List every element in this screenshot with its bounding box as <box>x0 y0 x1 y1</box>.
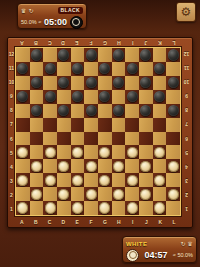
board-frame: ABCDEFGHIJKL 121110987654321 12111098765… <box>7 37 193 228</box>
board-cell-E2[interactable] <box>71 187 85 201</box>
board-cell-C11[interactable] <box>43 62 57 76</box>
board-cell-C8[interactable] <box>43 104 57 118</box>
board-cell-A4[interactable] <box>16 159 30 173</box>
white-man[interactable] <box>45 147 56 158</box>
coord-label: F <box>84 40 98 46</box>
board-cell-D2[interactable] <box>57 187 71 201</box>
board-cell-I3[interactable] <box>125 173 139 187</box>
coord-label: 9 <box>181 93 192 99</box>
white-checker-icon <box>126 249 139 262</box>
coord-label: 5 <box>181 150 192 156</box>
board-cell-J1[interactable] <box>139 201 153 215</box>
board-cell-I7[interactable] <box>125 118 139 132</box>
rotate-icon: ↻ <box>181 241 186 247</box>
board-cell-F6[interactable] <box>84 132 98 146</box>
black-player-label: BLACK <box>58 7 84 14</box>
app-root: ♛ ↻ BLACK 50.0% ≈ 05:00 ⚙ ABCDEFGHIJKL 1… <box>0 0 200 267</box>
black-man[interactable] <box>58 49 69 60</box>
black-man[interactable] <box>31 49 42 60</box>
board-cell-D8[interactable] <box>57 104 71 118</box>
board-cell-J2[interactable] <box>139 187 153 201</box>
board-cell-L5[interactable] <box>166 145 180 159</box>
board-cell-I9[interactable] <box>125 90 139 104</box>
black-man[interactable] <box>58 77 69 88</box>
board-cell-F2[interactable] <box>84 187 98 201</box>
board-cell-E7[interactable] <box>71 118 85 132</box>
board-cell-D9[interactable] <box>57 90 71 104</box>
board-cell-I10[interactable] <box>125 76 139 90</box>
coord-label: I <box>126 219 140 225</box>
black-man[interactable] <box>45 91 56 102</box>
board-cell-B2[interactable] <box>30 187 44 201</box>
white-man[interactable] <box>17 202 28 213</box>
board-cell-F10[interactable] <box>84 76 98 90</box>
coord-label: C <box>43 40 57 46</box>
file-labels-bottom: ABCDEFGHIJKL <box>15 216 181 227</box>
gear-icon: ⚙ <box>181 6 192 18</box>
coord-label: 8 <box>8 107 15 113</box>
board-cell-D7[interactable] <box>57 118 71 132</box>
board-cell-C3[interactable] <box>43 173 57 187</box>
black-man[interactable] <box>168 49 179 60</box>
board-cell-K2[interactable] <box>153 187 167 201</box>
board-cell-I2[interactable] <box>125 187 139 201</box>
board-cell-J6[interactable] <box>139 132 153 146</box>
board-cell-L4[interactable] <box>166 159 180 173</box>
white-man[interactable] <box>86 161 97 172</box>
coord-label: 5 <box>8 150 15 156</box>
board-cell-B3[interactable] <box>30 173 44 187</box>
coord-label: J <box>139 40 153 46</box>
coord-label: 4 <box>181 164 192 170</box>
board-cell-B5[interactable] <box>30 145 44 159</box>
board-cell-I8[interactable] <box>125 104 139 118</box>
board-cell-G11[interactable] <box>98 62 112 76</box>
board-cell-J11[interactable] <box>139 62 153 76</box>
black-man[interactable] <box>140 49 151 60</box>
coord-label: 2 <box>181 192 192 198</box>
board-cell-K11[interactable] <box>153 62 167 76</box>
board-cell-E10[interactable] <box>71 76 85 90</box>
board-cell-C2[interactable] <box>43 187 57 201</box>
coord-label: 3 <box>8 178 15 184</box>
board-cell-E1[interactable] <box>71 201 85 215</box>
board-cell-B4[interactable] <box>30 159 44 173</box>
board-cell-E5[interactable] <box>71 145 85 159</box>
white-man[interactable] <box>58 189 69 200</box>
white-man[interactable] <box>45 202 56 213</box>
board-cell-H7[interactable] <box>112 118 126 132</box>
board-cell-I1[interactable] <box>125 201 139 215</box>
approx-icon: ≈ <box>173 252 176 258</box>
rank-labels-left: 121110987654321 <box>8 47 15 216</box>
board-cell-F12[interactable] <box>84 48 98 62</box>
coord-label: H <box>112 40 126 46</box>
white-man[interactable] <box>58 161 69 172</box>
board-cell-D12[interactable] <box>57 48 71 62</box>
board-cell-B10[interactable] <box>30 76 44 90</box>
coord-label: D <box>56 219 70 225</box>
white-player-label: WHITE <box>126 241 147 247</box>
board-cell-C6[interactable] <box>43 132 57 146</box>
coord-label: 9 <box>8 93 15 99</box>
board-cell-J12[interactable] <box>139 48 153 62</box>
board-cell-K10[interactable] <box>153 76 167 90</box>
coord-label: B <box>29 219 43 225</box>
board-cell-K7[interactable] <box>153 118 167 132</box>
black-man[interactable] <box>86 49 97 60</box>
board-cell-D5[interactable] <box>57 145 71 159</box>
board-cell-G10[interactable] <box>98 76 112 90</box>
white-man[interactable] <box>72 175 83 186</box>
black-man[interactable] <box>154 91 165 102</box>
board-cell-G8[interactable] <box>98 104 112 118</box>
coord-label: I <box>126 40 140 46</box>
white-man[interactable] <box>99 202 110 213</box>
board-cell-L10[interactable] <box>166 76 180 90</box>
white-man[interactable] <box>154 202 165 213</box>
board-cell-I11[interactable] <box>125 62 139 76</box>
black-man[interactable] <box>58 105 69 116</box>
board-cell-D3[interactable] <box>57 173 71 187</box>
white-man[interactable] <box>168 189 179 200</box>
board-cell-L6[interactable] <box>166 132 180 146</box>
white-man[interactable] <box>127 175 138 186</box>
board-cell-E12[interactable] <box>71 48 85 62</box>
coord-label: 8 <box>181 107 192 113</box>
board-cell-J4[interactable] <box>139 159 153 173</box>
board-cell-G4[interactable] <box>98 159 112 173</box>
board-cell-C12[interactable] <box>43 48 57 62</box>
board-cell-B7[interactable] <box>30 118 44 132</box>
black-man[interactable] <box>72 63 83 74</box>
coord-label: J <box>139 219 153 225</box>
board[interactable] <box>15 47 181 216</box>
black-man[interactable] <box>113 77 124 88</box>
board-cell-I12[interactable] <box>125 48 139 62</box>
coord-label: 1 <box>8 206 15 212</box>
king-piece-icon: ♛ <box>188 241 193 247</box>
coord-label: A <box>15 219 29 225</box>
black-man[interactable] <box>86 77 97 88</box>
white-man[interactable] <box>99 147 110 158</box>
white-man[interactable] <box>99 175 110 186</box>
board-cell-A1[interactable] <box>16 201 30 215</box>
board-cell-H8[interactable] <box>112 104 126 118</box>
coord-label: 12 <box>8 51 15 57</box>
white-player-panel: WHITE ↻ ♛ 04:57 ≈ 50.0% <box>122 236 197 263</box>
board-cell-G12[interactable] <box>98 48 112 62</box>
board-cell-A11[interactable] <box>16 62 30 76</box>
white-man[interactable] <box>72 147 83 158</box>
black-man[interactable] <box>140 105 151 116</box>
white-man[interactable] <box>113 189 124 200</box>
board-cell-J3[interactable] <box>139 173 153 187</box>
board-cell-G3[interactable] <box>98 173 112 187</box>
white-man[interactable] <box>168 161 179 172</box>
board-cell-A3[interactable] <box>16 173 30 187</box>
board-cell-F4[interactable] <box>84 159 98 173</box>
black-player-panel: ♛ ↻ BLACK 50.0% ≈ 05:00 <box>17 3 87 29</box>
board-cell-A8[interactable] <box>16 104 30 118</box>
board-cell-I5[interactable] <box>125 145 139 159</box>
board-cell-L1[interactable] <box>166 201 180 215</box>
black-man[interactable] <box>113 105 124 116</box>
board-cell-F8[interactable] <box>84 104 98 118</box>
white-man[interactable] <box>45 175 56 186</box>
board-cell-A2[interactable] <box>16 187 30 201</box>
coord-label: 3 <box>181 178 192 184</box>
board-cell-J7[interactable] <box>139 118 153 132</box>
white-man[interactable] <box>113 161 124 172</box>
board-cell-L3[interactable] <box>166 173 180 187</box>
coord-label: K <box>153 40 167 46</box>
white-man[interactable] <box>72 202 83 213</box>
coord-label: G <box>98 219 112 225</box>
white-clock: 04:57 <box>144 250 167 260</box>
black-man[interactable] <box>168 105 179 116</box>
white-man[interactable] <box>31 161 42 172</box>
coord-label: 4 <box>8 164 15 170</box>
black-clock: 05:00 <box>44 17 67 27</box>
black-man[interactable] <box>17 63 28 74</box>
board-cell-H10[interactable] <box>112 76 126 90</box>
board-cell-H6[interactable] <box>112 132 126 146</box>
coord-label: 12 <box>181 51 192 57</box>
black-checker-icon <box>70 16 83 29</box>
board-cell-J9[interactable] <box>139 90 153 104</box>
coord-label: D <box>56 40 70 46</box>
board-cell-E9[interactable] <box>71 90 85 104</box>
board-cell-D1[interactable] <box>57 201 71 215</box>
board-cell-F9[interactable] <box>84 90 98 104</box>
board-cell-H11[interactable] <box>112 62 126 76</box>
coord-label: L <box>167 40 181 46</box>
coord-label: 10 <box>181 79 192 85</box>
black-man[interactable] <box>154 63 165 74</box>
board-cell-A6[interactable] <box>16 132 30 146</box>
white-win-percent: ≈ 50.0% <box>173 252 193 258</box>
coord-label: G <box>98 40 112 46</box>
black-man[interactable] <box>127 63 138 74</box>
board-cell-I4[interactable] <box>125 159 139 173</box>
board-cell-E11[interactable] <box>71 62 85 76</box>
coord-label: 7 <box>8 121 15 127</box>
black-man[interactable] <box>31 77 42 88</box>
board-cell-C9[interactable] <box>43 90 57 104</box>
board-cell-C10[interactable] <box>43 76 57 90</box>
black-man[interactable] <box>86 105 97 116</box>
black-man[interactable] <box>31 105 42 116</box>
black-man[interactable] <box>72 91 83 102</box>
coord-label: A <box>15 40 29 46</box>
board-cell-C7[interactable] <box>43 118 57 132</box>
black-man[interactable] <box>113 49 124 60</box>
board-cell-H2[interactable] <box>112 187 126 201</box>
board-cell-F11[interactable] <box>84 62 98 76</box>
board-cell-G2[interactable] <box>98 187 112 201</box>
board-cell-K4[interactable] <box>153 159 167 173</box>
coord-label: 2 <box>8 192 15 198</box>
board-cell-B9[interactable] <box>30 90 44 104</box>
board-cell-K9[interactable] <box>153 90 167 104</box>
board-cell-H9[interactable] <box>112 90 126 104</box>
black-man[interactable] <box>99 91 110 102</box>
board-cell-D11[interactable] <box>57 62 71 76</box>
board-cell-K6[interactable] <box>153 132 167 146</box>
coord-label: 1 <box>181 206 192 212</box>
board-cell-G6[interactable] <box>98 132 112 146</box>
board-cell-L7[interactable] <box>166 118 180 132</box>
board-cell-D10[interactable] <box>57 76 71 90</box>
coord-label: 6 <box>8 136 15 142</box>
board-cell-G9[interactable] <box>98 90 112 104</box>
white-man[interactable] <box>140 189 151 200</box>
white-man[interactable] <box>127 147 138 158</box>
black-win-percent: 50.0% ≈ <box>21 19 41 25</box>
board-cell-L12[interactable] <box>166 48 180 62</box>
black-man[interactable] <box>140 77 151 88</box>
board-cell-B6[interactable] <box>30 132 44 146</box>
coord-label: 6 <box>181 136 192 142</box>
white-man[interactable] <box>17 175 28 186</box>
coord-label: F <box>84 219 98 225</box>
board-cell-C1[interactable] <box>43 201 57 215</box>
black-man[interactable] <box>17 91 28 102</box>
white-man[interactable] <box>86 189 97 200</box>
white-man[interactable] <box>154 175 165 186</box>
coord-label: 10 <box>8 79 15 85</box>
board-cell-A7[interactable] <box>16 118 30 132</box>
board-cell-A10[interactable] <box>16 76 30 90</box>
white-man[interactable] <box>127 202 138 213</box>
board-cell-C4[interactable] <box>43 159 57 173</box>
board-cell-J5[interactable] <box>139 145 153 159</box>
board-cell-E3[interactable] <box>71 173 85 187</box>
board-cell-F3[interactable] <box>84 173 98 187</box>
board-cell-E6[interactable] <box>71 132 85 146</box>
coord-label: H <box>112 219 126 225</box>
board-cell-F5[interactable] <box>84 145 98 159</box>
white-man[interactable] <box>17 147 28 158</box>
coord-label: 11 <box>181 65 192 71</box>
board-cell-K3[interactable] <box>153 173 167 187</box>
coord-label: 7 <box>181 121 192 127</box>
coord-label: C <box>43 219 57 225</box>
coord-label: 11 <box>8 65 15 71</box>
board-cell-J10[interactable] <box>139 76 153 90</box>
board-cell-L2[interactable] <box>166 187 180 201</box>
board-cell-L9[interactable] <box>166 90 180 104</box>
board-cell-J8[interactable] <box>139 104 153 118</box>
board-cell-C5[interactable] <box>43 145 57 159</box>
board-cell-H3[interactable] <box>112 173 126 187</box>
black-man[interactable] <box>127 91 138 102</box>
board-cell-D6[interactable] <box>57 132 71 146</box>
board-cell-K5[interactable] <box>153 145 167 159</box>
board-cell-A12[interactable] <box>16 48 30 62</box>
board-cell-H1[interactable] <box>112 201 126 215</box>
board-cell-G5[interactable] <box>98 145 112 159</box>
white-man[interactable] <box>140 161 151 172</box>
board-cell-A9[interactable] <box>16 90 30 104</box>
board-cell-G1[interactable] <box>98 201 112 215</box>
black-man[interactable] <box>99 63 110 74</box>
board-cell-K1[interactable] <box>153 201 167 215</box>
board-cell-L8[interactable] <box>166 104 180 118</box>
file-labels-top: ABCDEFGHIJKL <box>15 38 181 47</box>
coord-label: E <box>70 219 84 225</box>
board-cell-I6[interactable] <box>125 132 139 146</box>
board-cell-K8[interactable] <box>153 104 167 118</box>
board-cell-L11[interactable] <box>166 62 180 76</box>
board-cell-K12[interactable] <box>153 48 167 62</box>
board-cell-E8[interactable] <box>71 104 85 118</box>
black-man[interactable] <box>168 77 179 88</box>
board-cell-E4[interactable] <box>71 159 85 173</box>
board-cell-A5[interactable] <box>16 145 30 159</box>
board-cell-F1[interactable] <box>84 201 98 215</box>
white-man[interactable] <box>154 147 165 158</box>
rank-labels-right: 121110987654321 <box>181 47 192 216</box>
board-cell-H12[interactable] <box>112 48 126 62</box>
board-cell-F7[interactable] <box>84 118 98 132</box>
board-cell-D4[interactable] <box>57 159 71 173</box>
board-cell-H4[interactable] <box>112 159 126 173</box>
board-cell-B11[interactable] <box>30 62 44 76</box>
board-cell-B1[interactable] <box>30 201 44 215</box>
white-man[interactable] <box>31 189 42 200</box>
approx-icon: ≈ <box>38 19 41 25</box>
board-cell-B12[interactable] <box>30 48 44 62</box>
board-cell-H5[interactable] <box>112 145 126 159</box>
rotate-icon: ↻ <box>28 8 33 14</box>
king-piece-icon: ♛ <box>21 8 26 14</box>
black-man[interactable] <box>45 63 56 74</box>
coord-label: E <box>70 40 84 46</box>
settings-button[interactable]: ⚙ <box>176 2 196 22</box>
board-cell-B8[interactable] <box>30 104 44 118</box>
coord-label: L <box>167 219 181 225</box>
coord-label: B <box>29 40 43 46</box>
coord-label: K <box>153 219 167 225</box>
board-cell-G7[interactable] <box>98 118 112 132</box>
